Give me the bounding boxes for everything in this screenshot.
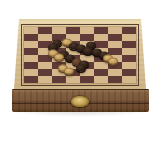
checker-piece-light[interactable] bbox=[54, 54, 64, 61]
board-square[interactable] bbox=[24, 41, 38, 48]
checker-piece-dark[interactable] bbox=[76, 65, 86, 72]
board-square[interactable] bbox=[108, 41, 122, 48]
brass-latch[interactable] bbox=[71, 96, 89, 107]
board-square[interactable] bbox=[80, 76, 94, 83]
board-square[interactable] bbox=[122, 76, 136, 83]
board-square[interactable] bbox=[52, 27, 66, 34]
board-square[interactable] bbox=[24, 76, 38, 83]
board-square[interactable] bbox=[38, 62, 52, 69]
board-square[interactable] bbox=[122, 34, 136, 41]
board-square[interactable] bbox=[94, 27, 108, 34]
checkers-board bbox=[24, 27, 136, 83]
board-square[interactable] bbox=[108, 69, 122, 76]
board-square[interactable] bbox=[108, 76, 122, 83]
board-square[interactable] bbox=[24, 34, 38, 41]
board-square[interactable] bbox=[24, 48, 38, 55]
board-square[interactable] bbox=[24, 55, 38, 62]
board-square[interactable] bbox=[122, 62, 136, 69]
board-square[interactable] bbox=[38, 69, 52, 76]
board-square[interactable] bbox=[108, 34, 122, 41]
checkers-box-photo bbox=[0, 0, 160, 160]
board-square[interactable] bbox=[122, 27, 136, 34]
board-square[interactable] bbox=[94, 41, 108, 48]
board-square[interactable] bbox=[122, 48, 136, 55]
board-square[interactable] bbox=[122, 69, 136, 76]
board-square[interactable] bbox=[80, 34, 94, 41]
checker-piece-light[interactable] bbox=[64, 68, 74, 75]
board-square[interactable] bbox=[94, 62, 108, 69]
board-square[interactable] bbox=[94, 69, 108, 76]
board-square[interactable] bbox=[108, 27, 122, 34]
board-square[interactable] bbox=[66, 76, 80, 83]
checker-piece-light[interactable] bbox=[108, 58, 118, 65]
board-square[interactable] bbox=[80, 27, 94, 34]
board-top-face bbox=[14, 19, 146, 89]
board-square[interactable] bbox=[24, 27, 38, 34]
board-square[interactable] bbox=[24, 62, 38, 69]
board-square[interactable] bbox=[24, 69, 38, 76]
board-square[interactable] bbox=[38, 76, 52, 83]
board-square[interactable] bbox=[66, 27, 80, 34]
board-square[interactable] bbox=[122, 41, 136, 48]
box-front-panel bbox=[12, 89, 149, 112]
board-square[interactable] bbox=[94, 76, 108, 83]
board-square[interactable] bbox=[38, 27, 52, 34]
board-square[interactable] bbox=[38, 34, 52, 41]
board-square[interactable] bbox=[52, 76, 66, 83]
board-square[interactable] bbox=[122, 55, 136, 62]
board-square[interactable] bbox=[94, 34, 108, 41]
